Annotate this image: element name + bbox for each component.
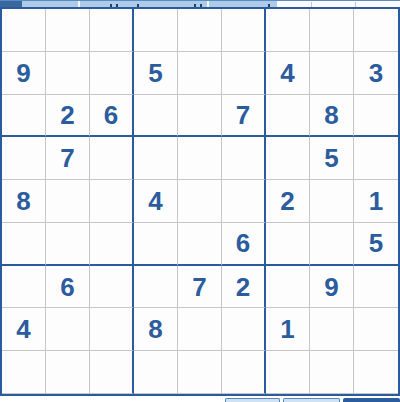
cell-r8c9[interactable] — [354, 308, 398, 351]
cell-r9c4[interactable] — [134, 351, 178, 394]
cutoff-button-1[interactable] — [225, 398, 280, 402]
cell-r5c5[interactable] — [178, 180, 222, 223]
cell-r1c4[interactable] — [134, 9, 178, 52]
cell-r3c3[interactable]: 6 — [90, 95, 134, 138]
cell-r3c5[interactable] — [178, 95, 222, 138]
cell-r1c9[interactable] — [354, 9, 398, 52]
cell-r2c9[interactable]: 3 — [354, 52, 398, 95]
cell-r8c5[interactable] — [178, 308, 222, 351]
cell-r4c9[interactable] — [354, 137, 398, 180]
cell-r2c8[interactable] — [310, 52, 354, 95]
cell-r9c1[interactable] — [2, 351, 46, 394]
cell-r1c7[interactable] — [266, 9, 310, 52]
cell-r8c4[interactable]: 8 — [134, 308, 178, 351]
cell-r2c5[interactable] — [178, 52, 222, 95]
cell-r7c5[interactable]: 7 — [178, 266, 222, 309]
cell-r4c7[interactable] — [266, 137, 310, 180]
cell-r3c1[interactable] — [2, 95, 46, 138]
sudoku-app: 95432678758421656729481 — [0, 0, 400, 402]
cell-r6c5[interactable] — [178, 223, 222, 266]
cell-r7c3[interactable] — [90, 266, 134, 309]
cell-r7c1[interactable] — [2, 266, 46, 309]
cell-r9c5[interactable] — [178, 351, 222, 394]
cell-r3c4[interactable] — [134, 95, 178, 138]
cell-r6c3[interactable] — [90, 223, 134, 266]
cell-r6c9[interactable]: 5 — [354, 223, 398, 266]
cell-r2c4[interactable]: 5 — [134, 52, 178, 95]
cell-r5c9[interactable]: 1 — [354, 180, 398, 223]
cell-r3c6[interactable]: 7 — [222, 95, 266, 138]
cell-r1c6[interactable] — [222, 9, 266, 52]
cell-r1c5[interactable] — [178, 9, 222, 52]
cell-r4c1[interactable] — [2, 137, 46, 180]
cell-r5c7[interactable]: 2 — [266, 180, 310, 223]
cell-r6c1[interactable] — [2, 223, 46, 266]
cutoff-header-strip — [0, 0, 400, 7]
cell-r7c8[interactable]: 9 — [310, 266, 354, 309]
cell-r8c2[interactable] — [46, 308, 90, 351]
cell-r9c7[interactable] — [266, 351, 310, 394]
cell-r9c8[interactable] — [310, 351, 354, 394]
cell-r1c2[interactable] — [46, 9, 90, 52]
cell-r7c7[interactable] — [266, 266, 310, 309]
cell-r6c8[interactable] — [310, 223, 354, 266]
cell-r7c2[interactable]: 6 — [46, 266, 90, 309]
cell-r1c3[interactable] — [90, 9, 134, 52]
cell-r3c2[interactable]: 2 — [46, 95, 90, 138]
cell-r2c1[interactable]: 9 — [2, 52, 46, 95]
cell-r9c3[interactable] — [90, 351, 134, 394]
cell-r2c2[interactable] — [46, 52, 90, 95]
cell-r4c5[interactable] — [178, 137, 222, 180]
cell-r9c9[interactable] — [354, 351, 398, 394]
cell-r4c3[interactable] — [90, 137, 134, 180]
cell-r5c1[interactable]: 8 — [2, 180, 46, 223]
cell-r9c6[interactable] — [222, 351, 266, 394]
cell-r8c6[interactable] — [222, 308, 266, 351]
cell-r8c8[interactable] — [310, 308, 354, 351]
sudoku-board: 95432678758421656729481 — [0, 7, 400, 396]
cell-r1c8[interactable] — [310, 9, 354, 52]
cell-r4c8[interactable]: 5 — [310, 137, 354, 180]
cell-r8c3[interactable] — [90, 308, 134, 351]
cell-r7c4[interactable] — [134, 266, 178, 309]
cell-r3c7[interactable] — [266, 95, 310, 138]
cell-r6c6[interactable]: 6 — [222, 223, 266, 266]
cell-r3c8[interactable]: 8 — [310, 95, 354, 138]
cell-r9c2[interactable] — [46, 351, 90, 394]
cell-r2c7[interactable]: 4 — [266, 52, 310, 95]
cell-r6c2[interactable] — [46, 223, 90, 266]
cell-r4c6[interactable] — [222, 137, 266, 180]
cell-r5c4[interactable]: 4 — [134, 180, 178, 223]
cell-r6c4[interactable] — [134, 223, 178, 266]
cell-r1c1[interactable] — [2, 9, 46, 52]
bottom-bar — [0, 396, 400, 402]
cell-r5c8[interactable] — [310, 180, 354, 223]
cell-r3c9[interactable] — [354, 95, 398, 138]
cell-r5c2[interactable] — [46, 180, 90, 223]
cell-r7c6[interactable]: 2 — [222, 266, 266, 309]
cell-r7c9[interactable] — [354, 266, 398, 309]
cutoff-button-2[interactable] — [283, 398, 340, 402]
cell-r5c6[interactable] — [222, 180, 266, 223]
cell-r2c6[interactable] — [222, 52, 266, 95]
cell-r6c7[interactable] — [266, 223, 310, 266]
cell-r5c3[interactable] — [90, 180, 134, 223]
cutoff-button-3[interactable] — [343, 398, 400, 402]
cell-r8c1[interactable]: 4 — [2, 308, 46, 351]
cell-r8c7[interactable]: 1 — [266, 308, 310, 351]
cell-r4c4[interactable] — [134, 137, 178, 180]
cell-r2c3[interactable] — [90, 52, 134, 95]
cell-r4c2[interactable]: 7 — [46, 137, 90, 180]
